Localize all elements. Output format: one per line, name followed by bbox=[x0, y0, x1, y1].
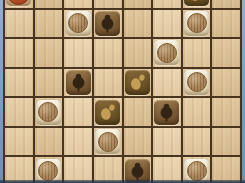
cell-r0c6[interactable] bbox=[183, 0, 211, 8]
hen-piece[interactable] bbox=[66, 70, 91, 95]
cell-r6c5[interactable] bbox=[153, 157, 181, 183]
cell-r6c7[interactable] bbox=[212, 157, 240, 183]
egg-disc-piece[interactable] bbox=[154, 40, 179, 65]
hen-icon bbox=[97, 13, 118, 34]
egg-disc-icon bbox=[38, 102, 58, 122]
cell-r1c0[interactable] bbox=[5, 10, 33, 38]
cell-r5c6[interactable] bbox=[183, 128, 211, 156]
cell-r3c1[interactable] bbox=[35, 69, 63, 97]
cell-r6c6[interactable] bbox=[183, 157, 211, 183]
cell-r5c2[interactable] bbox=[64, 128, 92, 156]
game-board bbox=[3, 0, 242, 183]
cell-r2c7[interactable] bbox=[212, 39, 240, 67]
cell-r3c4[interactable] bbox=[124, 69, 152, 97]
egg-disc-piece[interactable] bbox=[66, 11, 91, 36]
egg-disc-piece[interactable] bbox=[184, 159, 209, 183]
egg-disc-piece[interactable] bbox=[36, 159, 61, 183]
chick-piece[interactable] bbox=[95, 100, 120, 125]
cell-r2c2[interactable] bbox=[64, 39, 92, 67]
hen-icon bbox=[127, 161, 148, 182]
chick-icon bbox=[186, 0, 207, 4]
cell-r4c0[interactable] bbox=[5, 98, 33, 126]
cell-r5c7[interactable] bbox=[212, 128, 240, 156]
egg-disc-icon bbox=[187, 13, 207, 33]
cell-r2c3[interactable] bbox=[94, 39, 122, 67]
chick-icon bbox=[97, 102, 118, 123]
chick-icon bbox=[127, 72, 148, 93]
cell-r1c2[interactable] bbox=[64, 10, 92, 38]
cell-r1c5[interactable] bbox=[153, 10, 181, 38]
cell-r1c6[interactable] bbox=[183, 10, 211, 38]
red-disc-icon bbox=[7, 0, 30, 5]
cell-r3c3[interactable] bbox=[94, 69, 122, 97]
hen-icon bbox=[156, 102, 177, 123]
cell-r0c7[interactable] bbox=[212, 0, 240, 8]
cell-r2c6[interactable] bbox=[183, 39, 211, 67]
egg-disc-piece[interactable] bbox=[95, 129, 120, 154]
cell-r2c0[interactable] bbox=[5, 39, 33, 67]
chick-piece[interactable] bbox=[184, 0, 209, 6]
red-disc-piece[interactable] bbox=[6, 0, 31, 6]
cell-r6c0[interactable] bbox=[5, 157, 33, 183]
cell-r0c2[interactable] bbox=[64, 0, 92, 8]
cell-r1c1[interactable] bbox=[35, 10, 63, 38]
egg-disc-icon bbox=[187, 72, 207, 92]
cell-r1c4[interactable] bbox=[124, 10, 152, 38]
hen-piece[interactable] bbox=[125, 159, 150, 183]
cell-r1c3[interactable] bbox=[94, 10, 122, 38]
egg-disc-icon bbox=[68, 13, 88, 33]
cell-r3c6[interactable] bbox=[183, 69, 211, 97]
cell-r3c0[interactable] bbox=[5, 69, 33, 97]
cell-r6c2[interactable] bbox=[64, 157, 92, 183]
cell-r2c1[interactable] bbox=[35, 39, 63, 67]
cell-r5c4[interactable] bbox=[124, 128, 152, 156]
cell-r0c1[interactable] bbox=[35, 0, 63, 8]
cell-r4c5[interactable] bbox=[153, 98, 181, 126]
cell-r2c4[interactable] bbox=[124, 39, 152, 67]
cell-r5c0[interactable] bbox=[5, 128, 33, 156]
cell-r6c3[interactable] bbox=[94, 157, 122, 183]
egg-disc-piece[interactable] bbox=[36, 100, 61, 125]
cell-r2c5[interactable] bbox=[153, 39, 181, 67]
cell-r4c6[interactable] bbox=[183, 98, 211, 126]
cell-r4c7[interactable] bbox=[212, 98, 240, 126]
cell-r4c4[interactable] bbox=[124, 98, 152, 126]
cell-r3c7[interactable] bbox=[212, 69, 240, 97]
cell-r5c1[interactable] bbox=[35, 128, 63, 156]
cell-r5c3[interactable] bbox=[94, 128, 122, 156]
hen-piece[interactable] bbox=[154, 100, 179, 125]
cell-r3c5[interactable] bbox=[153, 69, 181, 97]
egg-disc-icon bbox=[98, 132, 118, 152]
egg-disc-piece[interactable] bbox=[184, 70, 209, 95]
cell-r3c2[interactable] bbox=[64, 69, 92, 97]
cell-r5c5[interactable] bbox=[153, 128, 181, 156]
egg-disc-icon bbox=[157, 43, 177, 63]
cell-r4c1[interactable] bbox=[35, 98, 63, 126]
cell-r0c4[interactable] bbox=[124, 0, 152, 8]
cell-r0c0[interactable] bbox=[5, 0, 33, 8]
chick-piece[interactable] bbox=[125, 70, 150, 95]
egg-disc-icon bbox=[187, 161, 207, 181]
hen-icon bbox=[68, 72, 89, 93]
cell-r0c5[interactable] bbox=[153, 0, 181, 8]
cell-r4c3[interactable] bbox=[94, 98, 122, 126]
egg-disc-piece[interactable] bbox=[184, 11, 209, 36]
hen-piece[interactable] bbox=[95, 11, 120, 36]
game-window bbox=[0, 0, 245, 183]
cell-r1c7[interactable] bbox=[212, 10, 240, 38]
cell-r4c2[interactable] bbox=[64, 98, 92, 126]
egg-disc-icon bbox=[38, 161, 58, 181]
cell-r6c4[interactable] bbox=[124, 157, 152, 183]
cell-r0c3[interactable] bbox=[94, 0, 122, 8]
cell-r6c1[interactable] bbox=[35, 157, 63, 183]
